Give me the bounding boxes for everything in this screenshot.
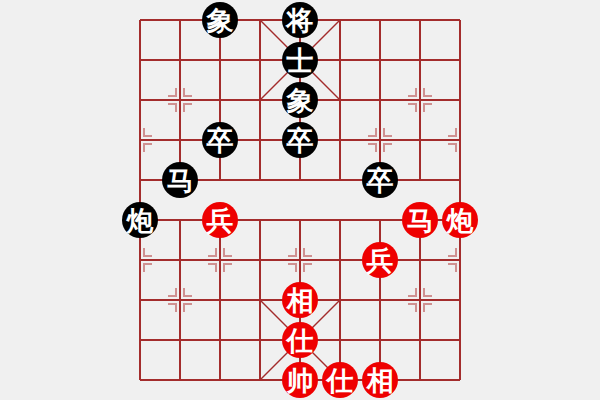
point-8-3[interactable] bbox=[400, 80, 440, 120]
point-4-10[interactable] bbox=[240, 360, 280, 400]
piece-black-elephant[interactable]: 象 bbox=[202, 2, 238, 38]
piece-black-horse[interactable]: 马 bbox=[162, 162, 198, 198]
point-1-4[interactable] bbox=[120, 120, 160, 160]
point-3-1[interactable]: 象 bbox=[200, 0, 240, 40]
point-9-2[interactable] bbox=[440, 40, 480, 80]
point-1-9[interactable] bbox=[120, 320, 160, 360]
point-7-9[interactable] bbox=[360, 320, 400, 360]
xiangqi-app: 象将士象卒卒马卒炮兵马炮兵相仕帅仕相 bbox=[0, 0, 600, 400]
point-3-3[interactable] bbox=[200, 80, 240, 120]
point-6-5[interactable] bbox=[320, 160, 360, 200]
point-8-6[interactable]: 马 bbox=[400, 200, 440, 240]
point-8-9[interactable] bbox=[400, 320, 440, 360]
piece-red-elephant[interactable]: 相 bbox=[282, 282, 318, 318]
piece-red-soldier[interactable]: 兵 bbox=[362, 242, 398, 278]
point-9-5[interactable] bbox=[440, 160, 480, 200]
point-7-3[interactable] bbox=[360, 80, 400, 120]
point-9-1[interactable] bbox=[440, 0, 480, 40]
point-9-10[interactable] bbox=[440, 360, 480, 400]
point-6-3[interactable] bbox=[320, 80, 360, 120]
point-9-3[interactable] bbox=[440, 80, 480, 120]
point-6-7[interactable] bbox=[320, 240, 360, 280]
point-4-7[interactable] bbox=[240, 240, 280, 280]
point-3-4[interactable]: 卒 bbox=[200, 120, 240, 160]
point-6-9[interactable] bbox=[320, 320, 360, 360]
point-1-5[interactable] bbox=[120, 160, 160, 200]
point-3-8[interactable] bbox=[200, 280, 240, 320]
point-2-4[interactable] bbox=[160, 120, 200, 160]
point-4-2[interactable] bbox=[240, 40, 280, 80]
point-3-9[interactable] bbox=[200, 320, 240, 360]
point-1-6[interactable]: 炮 bbox=[120, 200, 160, 240]
piece-black-elephant[interactable]: 象 bbox=[282, 82, 318, 118]
piece-red-horse[interactable]: 马 bbox=[402, 202, 438, 238]
piece-red-advisor[interactable]: 仕 bbox=[282, 322, 318, 358]
point-5-3[interactable]: 象 bbox=[280, 80, 320, 120]
piece-black-soldier[interactable]: 卒 bbox=[282, 122, 318, 158]
point-8-1[interactable] bbox=[400, 0, 440, 40]
point-5-7[interactable] bbox=[280, 240, 320, 280]
piece-black-general[interactable]: 将 bbox=[282, 2, 318, 38]
point-5-1[interactable]: 将 bbox=[280, 0, 320, 40]
point-3-6[interactable]: 兵 bbox=[200, 200, 240, 240]
xiangqi-board: 象将士象卒卒马卒炮兵马炮兵相仕帅仕相 bbox=[120, 0, 480, 400]
point-5-8[interactable]: 相 bbox=[280, 280, 320, 320]
piece-red-advisor[interactable]: 仕 bbox=[322, 362, 358, 398]
point-1-8[interactable] bbox=[120, 280, 160, 320]
point-4-3[interactable] bbox=[240, 80, 280, 120]
point-8-5[interactable] bbox=[400, 160, 440, 200]
point-5-4[interactable]: 卒 bbox=[280, 120, 320, 160]
point-3-2[interactable] bbox=[200, 40, 240, 80]
piece-red-elephant[interactable]: 相 bbox=[362, 362, 398, 398]
point-6-8[interactable] bbox=[320, 280, 360, 320]
point-3-5[interactable] bbox=[200, 160, 240, 200]
point-6-1[interactable] bbox=[320, 0, 360, 40]
point-7-6[interactable] bbox=[360, 200, 400, 240]
point-9-6[interactable]: 炮 bbox=[440, 200, 480, 240]
point-7-10[interactable]: 相 bbox=[360, 360, 400, 400]
point-1-3[interactable] bbox=[120, 80, 160, 120]
point-7-7[interactable]: 兵 bbox=[360, 240, 400, 280]
point-5-10[interactable]: 帅 bbox=[280, 360, 320, 400]
point-3-7[interactable] bbox=[200, 240, 240, 280]
point-2-5[interactable]: 马 bbox=[160, 160, 200, 200]
point-9-7[interactable] bbox=[440, 240, 480, 280]
piece-red-general[interactable]: 帅 bbox=[282, 362, 318, 398]
point-2-8[interactable] bbox=[160, 280, 200, 320]
point-5-5[interactable] bbox=[280, 160, 320, 200]
piece-red-soldier[interactable]: 兵 bbox=[202, 202, 238, 238]
piece-red-cannon[interactable]: 炮 bbox=[442, 202, 478, 238]
point-2-9[interactable] bbox=[160, 320, 200, 360]
point-1-1[interactable] bbox=[120, 0, 160, 40]
point-8-7[interactable] bbox=[400, 240, 440, 280]
point-6-6[interactable] bbox=[320, 200, 360, 240]
point-1-10[interactable] bbox=[120, 360, 160, 400]
point-7-4[interactable] bbox=[360, 120, 400, 160]
point-5-2[interactable]: 士 bbox=[280, 40, 320, 80]
point-8-4[interactable] bbox=[400, 120, 440, 160]
point-7-2[interactable] bbox=[360, 40, 400, 80]
point-2-1[interactable] bbox=[160, 0, 200, 40]
point-2-3[interactable] bbox=[160, 80, 200, 120]
point-8-10[interactable] bbox=[400, 360, 440, 400]
point-2-10[interactable] bbox=[160, 360, 200, 400]
point-4-6[interactable] bbox=[240, 200, 280, 240]
point-2-6[interactable] bbox=[160, 200, 200, 240]
point-8-8[interactable] bbox=[400, 280, 440, 320]
piece-black-advisor[interactable]: 士 bbox=[282, 42, 318, 78]
point-6-4[interactable] bbox=[320, 120, 360, 160]
point-9-4[interactable] bbox=[440, 120, 480, 160]
point-7-5[interactable]: 卒 bbox=[360, 160, 400, 200]
point-6-2[interactable] bbox=[320, 40, 360, 80]
point-2-2[interactable] bbox=[160, 40, 200, 80]
point-7-1[interactable] bbox=[360, 0, 400, 40]
point-4-1[interactable] bbox=[240, 0, 280, 40]
piece-black-soldier[interactable]: 卒 bbox=[362, 162, 398, 198]
point-2-7[interactable] bbox=[160, 240, 200, 280]
piece-black-soldier[interactable]: 卒 bbox=[202, 122, 238, 158]
point-5-6[interactable] bbox=[280, 200, 320, 240]
point-7-8[interactable] bbox=[360, 280, 400, 320]
point-1-7[interactable] bbox=[120, 240, 160, 280]
point-5-9[interactable]: 仕 bbox=[280, 320, 320, 360]
point-9-8[interactable] bbox=[440, 280, 480, 320]
point-1-2[interactable] bbox=[120, 40, 160, 80]
point-6-10[interactable]: 仕 bbox=[320, 360, 360, 400]
point-4-5[interactable] bbox=[240, 160, 280, 200]
point-4-4[interactable] bbox=[240, 120, 280, 160]
point-4-9[interactable] bbox=[240, 320, 280, 360]
point-8-2[interactable] bbox=[400, 40, 440, 80]
piece-black-cannon[interactable]: 炮 bbox=[122, 202, 158, 238]
point-9-9[interactable] bbox=[440, 320, 480, 360]
point-4-8[interactable] bbox=[240, 280, 280, 320]
point-3-10[interactable] bbox=[200, 360, 240, 400]
